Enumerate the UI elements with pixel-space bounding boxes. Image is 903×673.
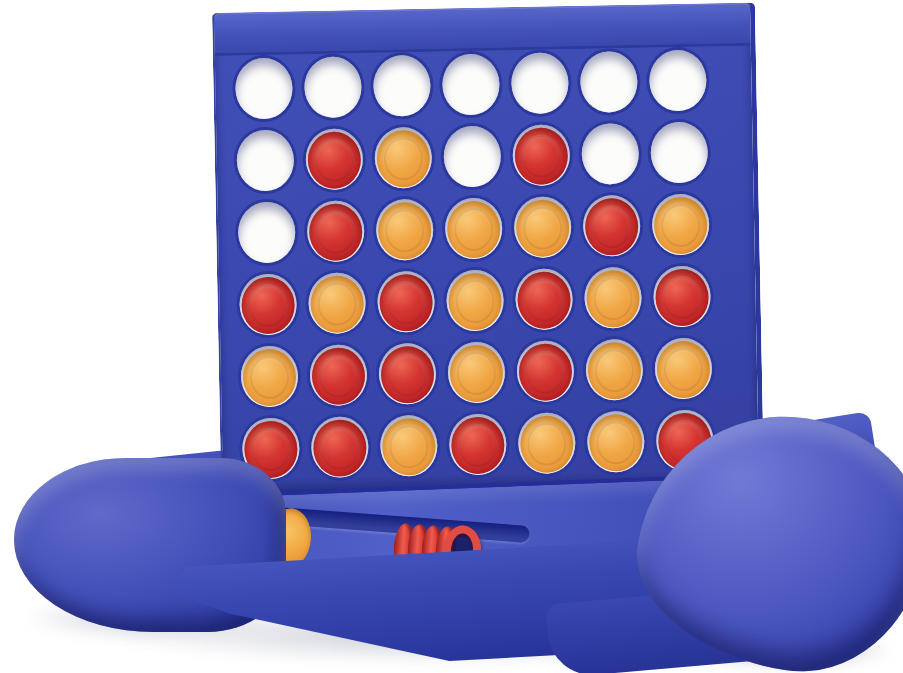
empty-hole	[235, 57, 293, 119]
empty-hole	[373, 54, 431, 116]
cell-r5c2	[303, 338, 373, 411]
cell-r2c2	[299, 122, 369, 195]
yellow-disc	[656, 340, 710, 398]
red-disc	[514, 127, 568, 185]
red-disc	[380, 345, 434, 403]
filled-hole	[584, 266, 642, 328]
yellow-disc	[516, 199, 570, 257]
filled-hole	[307, 200, 365, 262]
red-disc	[311, 347, 365, 405]
empty-hole	[649, 49, 707, 111]
red-disc	[518, 343, 572, 401]
red-disc	[241, 276, 295, 334]
cell-r5c4	[441, 335, 511, 408]
cell-r3c7	[645, 187, 715, 260]
board-grid	[229, 43, 720, 484]
cell-r5c6	[579, 333, 649, 406]
filled-hole	[514, 196, 572, 258]
cell-r2c1	[230, 123, 300, 196]
red-disc	[655, 268, 709, 326]
filled-hole	[311, 416, 369, 478]
cell-r3c2	[301, 194, 371, 267]
cell-r5c7	[648, 331, 718, 404]
red-disc	[379, 273, 433, 331]
red-disc	[451, 416, 505, 474]
cell-r6c6	[581, 405, 651, 478]
cell-r3c1	[232, 195, 302, 268]
cell-r1c7	[643, 43, 713, 116]
empty-hole	[238, 201, 296, 263]
filled-hole	[309, 344, 367, 406]
empty-hole	[443, 125, 501, 187]
empty-hole	[581, 122, 639, 184]
filled-hole	[446, 269, 504, 331]
cell-r5c1	[234, 339, 304, 412]
cell-r2c7	[644, 115, 714, 188]
filled-hole	[653, 265, 711, 327]
yellow-disc	[376, 129, 430, 187]
cell-r4c3	[371, 265, 441, 338]
red-disc	[585, 197, 639, 255]
empty-hole	[236, 129, 294, 191]
empty-hole	[304, 56, 362, 118]
filled-hole	[308, 272, 366, 334]
filled-hole	[380, 414, 438, 476]
cell-r4c6	[578, 261, 648, 334]
cell-r6c4	[443, 407, 513, 480]
yellow-disc	[448, 272, 502, 330]
cell-r1c3	[367, 49, 437, 122]
cell-r1c5	[505, 46, 575, 119]
filled-hole	[585, 338, 643, 400]
cell-r2c4	[437, 119, 507, 192]
cell-r3c3	[370, 193, 440, 266]
cell-r5c5	[510, 334, 580, 407]
filled-hole	[239, 273, 297, 335]
filled-hole	[654, 337, 712, 399]
cell-r3c6	[576, 189, 646, 262]
cell-r4c2	[302, 266, 372, 339]
cell-r4c7	[647, 259, 717, 332]
cell-r6c3	[374, 409, 444, 482]
filled-hole	[518, 412, 576, 474]
filled-hole	[305, 128, 363, 190]
empty-hole	[511, 52, 569, 114]
cell-r1c4	[436, 47, 506, 120]
cell-r4c4	[440, 263, 510, 336]
filled-hole	[652, 193, 710, 255]
yellow-disc	[654, 196, 708, 254]
filled-hole	[378, 342, 436, 404]
filled-hole	[515, 268, 573, 330]
filled-hole	[445, 197, 503, 259]
filled-hole	[583, 194, 641, 256]
filled-hole	[376, 198, 434, 260]
cell-r1c2	[298, 50, 368, 123]
filled-hole	[516, 340, 574, 402]
yellow-disc	[242, 348, 296, 406]
cell-r5c3	[372, 337, 442, 410]
red-disc	[517, 271, 571, 329]
yellow-disc	[449, 344, 503, 402]
yellow-disc	[586, 269, 640, 327]
cell-r2c6	[575, 117, 645, 190]
yellow-disc	[382, 417, 436, 475]
yellow-disc	[587, 341, 641, 399]
empty-hole	[442, 53, 500, 115]
cell-r4c1	[233, 267, 303, 340]
filled-hole	[377, 270, 435, 332]
cell-r3c4	[438, 191, 508, 264]
cell-r1c1	[229, 51, 299, 124]
connect-four-scene	[0, 0, 903, 673]
yellow-disc	[378, 201, 432, 259]
connect-four-board	[212, 3, 764, 499]
yellow-disc	[589, 413, 643, 471]
cell-r4c5	[509, 262, 579, 335]
cell-r2c3	[368, 121, 438, 194]
cell-r6c2	[305, 410, 375, 483]
cell-r3c5	[507, 190, 577, 263]
empty-hole	[580, 50, 638, 112]
filled-hole	[587, 410, 645, 472]
filled-hole	[449, 413, 507, 475]
cell-r2c5	[506, 118, 576, 191]
filled-hole	[240, 345, 298, 407]
yellow-disc	[520, 415, 574, 473]
red-disc	[309, 203, 363, 261]
filled-hole	[512, 124, 570, 186]
yellow-disc	[310, 275, 364, 333]
cell-r1c6	[574, 45, 644, 118]
cell-r6c5	[512, 406, 582, 479]
red-disc	[307, 131, 361, 189]
filled-hole	[374, 126, 432, 188]
empty-hole	[650, 121, 708, 183]
filled-hole	[447, 341, 505, 403]
red-disc	[313, 419, 367, 477]
yellow-disc	[447, 200, 501, 258]
